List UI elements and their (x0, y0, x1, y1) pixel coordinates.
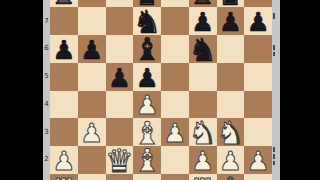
square-g7[interactable]: ♟ (217, 7, 245, 35)
black-pawn[interactable]: ♟ (246, 9, 269, 35)
black-pawn[interactable]: ♟ (219, 9, 242, 35)
square-g6[interactable] (217, 35, 245, 63)
square-b6[interactable]: ♟ (78, 35, 106, 63)
square-d2[interactable]: ♝ (133, 146, 161, 174)
chess-board: ♜♛♜♚♞♟♟♟♟♟♝♞♟♟♟♟♝♟♞♞♟♛♝♟♟♟♜♜♚ (50, 0, 272, 180)
square-d5[interactable]: ♟ (133, 63, 161, 91)
square-g5[interactable] (217, 63, 245, 91)
square-f1[interactable]: ♜ (189, 174, 217, 180)
square-e8[interactable] (161, 0, 189, 7)
square-h6[interactable] (244, 35, 272, 63)
rank-label-5: 5 (43, 72, 50, 81)
square-c4[interactable] (106, 91, 134, 119)
rank-label-3: 3 (43, 128, 50, 137)
square-c6[interactable] (106, 35, 134, 63)
white-rook[interactable]: ♜ (52, 175, 76, 180)
square-h5[interactable] (244, 63, 272, 91)
square-a6[interactable]: ♟ (50, 35, 78, 63)
black-knight[interactable]: ♞ (188, 34, 217, 66)
square-a4[interactable] (50, 91, 78, 119)
square-c2[interactable]: ♛ (106, 146, 134, 174)
square-e5[interactable] (161, 63, 189, 91)
square-a3[interactable] (50, 118, 78, 146)
square-b7[interactable] (78, 7, 106, 35)
square-e1[interactable] (161, 174, 189, 180)
black-pawn[interactable]: ♟ (108, 65, 131, 91)
clipped-label-mark (273, 147, 276, 152)
black-pawn[interactable]: ♟ (135, 65, 158, 91)
square-h4[interactable] (244, 91, 272, 119)
square-f3[interactable]: ♞ (189, 118, 217, 146)
white-knight[interactable]: ♞ (188, 117, 217, 149)
square-c8[interactable] (106, 0, 134, 7)
square-b1[interactable] (78, 174, 106, 180)
square-a8[interactable]: ♜ (50, 0, 78, 7)
square-a2[interactable]: ♟ (50, 146, 78, 174)
white-pawn[interactable]: ♟ (163, 120, 186, 146)
square-g1[interactable]: ♚ (217, 174, 245, 180)
square-d6[interactable]: ♝ (133, 35, 161, 63)
white-king[interactable]: ♚ (216, 173, 245, 180)
square-e6[interactable] (161, 35, 189, 63)
square-h2[interactable]: ♟ (244, 146, 272, 174)
white-rook[interactable]: ♜ (191, 175, 215, 180)
black-pawn[interactable]: ♟ (80, 37, 103, 63)
rank-label-7: 7 (43, 17, 50, 26)
white-pawn[interactable]: ♟ (80, 120, 103, 146)
board-frame-left (43, 0, 50, 180)
square-h7[interactable]: ♟ (244, 7, 272, 35)
white-pawn[interactable]: ♟ (246, 148, 269, 174)
video-frame: 765432 ♜♛♜♚♞♟♟♟♟♟♝♞♟♟♟♟♝♟♞♞♟♛♝♟♟♟♜♜♚ (0, 0, 320, 180)
square-c7[interactable] (106, 7, 134, 35)
rank-label-2: 2 (43, 155, 50, 164)
clipped-label-mark (273, 161, 276, 165)
clipped-label-mark (273, 154, 276, 159)
black-rook[interactable]: ♜ (52, 0, 76, 8)
square-a7[interactable] (50, 7, 78, 35)
clipped-label-mark (273, 52, 276, 56)
white-queen[interactable]: ♛ (105, 145, 134, 177)
white-knight[interactable]: ♞ (216, 117, 245, 149)
white-pawn[interactable]: ♟ (52, 148, 75, 174)
square-b5[interactable] (78, 63, 106, 91)
white-bishop[interactable]: ♝ (133, 145, 161, 176)
square-e3[interactable]: ♟ (161, 118, 189, 146)
square-b8[interactable] (78, 0, 106, 7)
square-e7[interactable] (161, 7, 189, 35)
square-b3[interactable]: ♟ (78, 118, 106, 146)
square-e4[interactable] (161, 91, 189, 119)
square-b4[interactable] (78, 91, 106, 119)
square-c5[interactable]: ♟ (106, 63, 134, 91)
square-g3[interactable]: ♞ (217, 118, 245, 146)
square-f2[interactable]: ♟ (189, 146, 217, 174)
rank-label-4: 4 (43, 100, 50, 109)
clipped-label-mark (273, 13, 276, 19)
black-bishop[interactable]: ♝ (133, 34, 161, 65)
board-frame-right (272, 0, 280, 180)
rank-label-6: 6 (43, 44, 50, 53)
square-b2[interactable] (78, 146, 106, 174)
square-a1[interactable]: ♜ (50, 174, 78, 180)
clipped-label-mark (273, 45, 276, 50)
square-h3[interactable] (244, 118, 272, 146)
white-pawn[interactable]: ♟ (191, 148, 214, 174)
square-a5[interactable] (50, 63, 78, 91)
square-e2[interactable] (161, 146, 189, 174)
square-f6[interactable]: ♞ (189, 35, 217, 63)
black-pawn[interactable]: ♟ (52, 37, 75, 63)
